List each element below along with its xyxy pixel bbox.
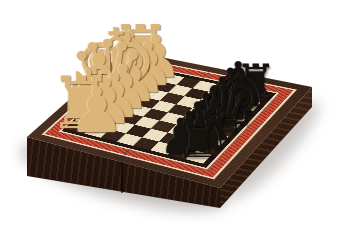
chess-set-photo: ♜♞♟♝♟♛♟♚♟♝♟♞♟♜♟♟♟♟♟♜♟♞♟♝♟♛♟♚♟♝♞♜ xyxy=(0,0,340,248)
white-pawn-a2[interactable]: ♟ xyxy=(69,80,125,142)
pieces-layer: ♜♞♟♝♟♛♟♚♟♝♟♞♟♜♟♟♟♟♟♜♟♞♟♝♟♛♟♚♟♝♞♜ xyxy=(0,0,340,248)
black-rook-a8[interactable]: ♜ xyxy=(176,115,222,166)
